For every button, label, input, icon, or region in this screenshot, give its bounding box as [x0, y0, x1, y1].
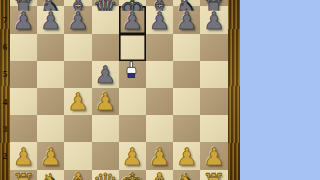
- chess-board: ♜♞♝♛♚♝♞♜♟♟♟♟♟♟♟♟♟♟♟♟♟♟♟♟♜♞♝♛♚♝♞♜: [10, 0, 228, 180]
- piece-white-rook-a1[interactable]: ♜: [11, 171, 35, 180]
- square-c3[interactable]: [64, 115, 91, 142]
- square-f7[interactable]: ♟: [146, 6, 173, 33]
- board-left-rail: 87654321: [0, 0, 10, 180]
- piece-white-pawn-f2[interactable]: ♟: [149, 144, 171, 170]
- square-c5[interactable]: [64, 61, 91, 88]
- square-e8[interactable]: ♚: [119, 0, 146, 6]
- square-f8[interactable]: ♝: [146, 0, 173, 6]
- square-a4[interactable]: [10, 88, 37, 115]
- piece-white-rook-h1[interactable]: ♜: [202, 171, 226, 180]
- square-h7[interactable]: ♟: [200, 6, 227, 33]
- square-g2[interactable]: ♟: [173, 142, 200, 169]
- square-a7[interactable]: ♟: [10, 6, 37, 33]
- square-f1[interactable]: ♝: [146, 170, 173, 180]
- square-e3[interactable]: [119, 115, 146, 142]
- square-c2[interactable]: [64, 142, 91, 169]
- square-h4[interactable]: [200, 88, 227, 115]
- rank-label-1: 1: [0, 170, 10, 180]
- square-h1[interactable]: ♜: [200, 170, 227, 180]
- square-b2[interactable]: ♟: [37, 142, 64, 169]
- square-b5[interactable]: [37, 61, 64, 88]
- piece-white-king-e1[interactable]: ♚: [119, 171, 145, 180]
- hand-cursor-icon: [125, 61, 138, 79]
- square-a6[interactable]: [10, 34, 37, 61]
- rank-label-3: 3: [0, 115, 10, 142]
- square-f2[interactable]: ♟: [146, 142, 173, 169]
- piece-white-pawn-d4[interactable]: ♟: [94, 89, 116, 115]
- square-d6[interactable]: [92, 34, 119, 61]
- square-e2[interactable]: ♟: [119, 142, 146, 169]
- rank-label-2: 2: [0, 142, 10, 169]
- square-d3[interactable]: [92, 115, 119, 142]
- piece-black-pawn-e7[interactable]: ♟: [122, 8, 144, 34]
- square-h5[interactable]: [200, 61, 227, 88]
- rank-label-6: 6: [0, 34, 10, 61]
- square-g6[interactable]: [173, 34, 200, 61]
- piece-black-pawn-c7[interactable]: ♟: [67, 8, 89, 34]
- piece-white-queen-d1[interactable]: ♛: [92, 171, 118, 180]
- square-e4[interactable]: [119, 88, 146, 115]
- square-f4[interactable]: [146, 88, 173, 115]
- piece-white-bishop-c1[interactable]: ♝: [65, 171, 90, 180]
- square-a3[interactable]: [10, 115, 37, 142]
- square-g1[interactable]: ♞: [173, 170, 200, 180]
- square-g5[interactable]: [173, 61, 200, 88]
- square-a2[interactable]: ♟: [10, 142, 37, 169]
- square-h3[interactable]: [200, 115, 227, 142]
- piece-black-pawn-g7[interactable]: ♟: [176, 8, 198, 34]
- square-g8[interactable]: ♞: [173, 0, 200, 6]
- square-f6[interactable]: [146, 34, 173, 61]
- square-h8[interactable]: ♜: [200, 0, 227, 6]
- square-d4[interactable]: ♟: [92, 88, 119, 115]
- square-g3[interactable]: [173, 115, 200, 142]
- square-c7[interactable]: ♟: [64, 6, 91, 33]
- side-panel: [240, 0, 320, 180]
- square-b3[interactable]: [37, 115, 64, 142]
- square-g7[interactable]: ♟: [173, 6, 200, 33]
- piece-black-pawn-f7[interactable]: ♟: [149, 8, 171, 34]
- piece-white-pawn-g2[interactable]: ♟: [176, 144, 198, 170]
- piece-white-pawn-c4[interactable]: ♟: [67, 89, 89, 115]
- piece-black-pawn-a7[interactable]: ♟: [13, 8, 35, 34]
- square-h2[interactable]: ♟: [200, 142, 227, 169]
- square-e7[interactable]: ♟: [119, 6, 146, 33]
- rank-label-7: 7: [0, 6, 10, 33]
- square-c8[interactable]: ♝: [64, 0, 91, 6]
- piece-black-pawn-b7[interactable]: ♟: [40, 8, 62, 34]
- piece-white-pawn-b2[interactable]: ♟: [40, 144, 62, 170]
- rank-label-5: 5: [0, 61, 10, 88]
- square-f5[interactable]: [146, 61, 173, 88]
- square-a8[interactable]: ♜: [10, 0, 37, 6]
- square-c6[interactable]: [64, 34, 91, 61]
- piece-white-knight-g1[interactable]: ♞: [175, 171, 199, 180]
- square-e1[interactable]: ♚: [119, 170, 146, 180]
- square-b1[interactable]: ♞: [37, 170, 64, 180]
- piece-white-bishop-f1[interactable]: ♝: [147, 171, 172, 180]
- square-a5[interactable]: [10, 61, 37, 88]
- board-right-rail: [228, 0, 241, 180]
- chess-app-window: { "game": "chess", "position": { "fen": …: [0, 0, 320, 180]
- square-g4[interactable]: [173, 88, 200, 115]
- piece-black-pawn-h7[interactable]: ♟: [203, 8, 225, 34]
- square-b7[interactable]: ♟: [37, 6, 64, 33]
- square-d8[interactable]: ♛: [92, 0, 119, 6]
- square-d2[interactable]: [92, 142, 119, 169]
- piece-white-knight-b1[interactable]: ♞: [39, 171, 63, 180]
- rank-label-4: 4: [0, 88, 10, 115]
- square-c4[interactable]: ♟: [64, 88, 91, 115]
- square-f3[interactable]: [146, 115, 173, 142]
- square-d5[interactable]: ♟: [92, 61, 119, 88]
- square-e6[interactable]: [119, 34, 146, 61]
- square-d1[interactable]: ♛: [92, 170, 119, 180]
- square-c1[interactable]: ♝: [64, 170, 91, 180]
- piece-white-pawn-h2[interactable]: ♟: [203, 144, 225, 170]
- piece-black-pawn-d5[interactable]: ♟: [94, 62, 116, 88]
- square-b4[interactable]: [37, 88, 64, 115]
- square-b6[interactable]: [37, 34, 64, 61]
- square-b8[interactable]: ♞: [37, 0, 64, 6]
- square-h6[interactable]: [200, 34, 227, 61]
- square-a1[interactable]: ♜: [10, 170, 37, 180]
- piece-white-pawn-a2[interactable]: ♟: [13, 144, 35, 170]
- piece-white-pawn-e2[interactable]: ♟: [122, 144, 144, 170]
